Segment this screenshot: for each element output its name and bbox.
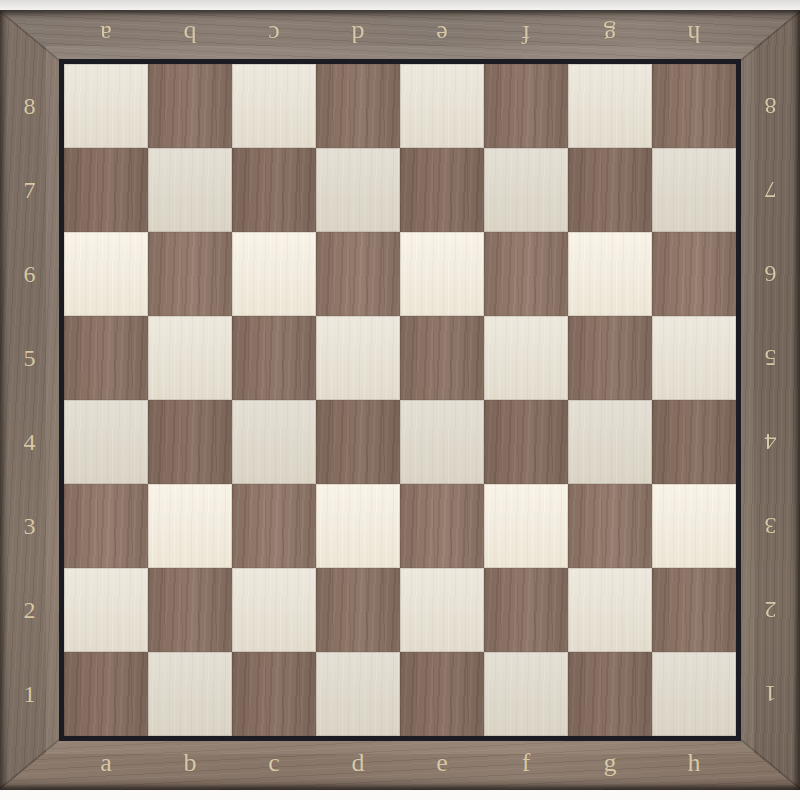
square-f2[interactable] — [484, 568, 568, 652]
square-c6[interactable] — [232, 232, 316, 316]
square-g3[interactable] — [568, 484, 652, 568]
rank-label-right-1: 1 — [741, 652, 800, 736]
rank-label-left-7: 7 — [0, 148, 59, 232]
file-label-bottom-h: h — [652, 738, 736, 788]
square-f4[interactable] — [484, 400, 568, 484]
square-h4[interactable] — [652, 400, 736, 484]
square-g5[interactable] — [568, 316, 652, 400]
square-b5[interactable] — [148, 316, 232, 400]
square-e5[interactable] — [400, 316, 484, 400]
square-h6[interactable] — [652, 232, 736, 316]
square-h1[interactable] — [652, 652, 736, 736]
file-label-top-b: b — [148, 10, 232, 59]
square-d8[interactable] — [316, 64, 400, 148]
file-label-bottom-c: c — [232, 738, 316, 788]
rank-label-right-6: 6 — [741, 232, 800, 316]
square-h7[interactable] — [652, 148, 736, 232]
square-e2[interactable] — [400, 568, 484, 652]
square-f1[interactable] — [484, 652, 568, 736]
file-label-bottom-a: a — [64, 738, 148, 788]
rank-label-left-1: 1 — [0, 652, 59, 736]
rank-label-right-8: 8 — [741, 64, 800, 148]
square-f6[interactable] — [484, 232, 568, 316]
square-f3[interactable] — [484, 484, 568, 568]
square-e7[interactable] — [400, 148, 484, 232]
square-b3[interactable] — [148, 484, 232, 568]
rank-label-left-5: 5 — [0, 316, 59, 400]
file-labels-bottom: abcdefgh — [64, 738, 736, 788]
square-a3[interactable] — [64, 484, 148, 568]
square-d1[interactable] — [316, 652, 400, 736]
square-e8[interactable] — [400, 64, 484, 148]
rank-labels-left: 87654321 — [0, 64, 59, 736]
rank-labels-right: 87654321 — [741, 64, 800, 736]
file-label-top-h: h — [652, 10, 736, 59]
rank-label-left-3: 3 — [0, 484, 59, 568]
square-g6[interactable] — [568, 232, 652, 316]
square-c5[interactable] — [232, 316, 316, 400]
square-b2[interactable] — [148, 568, 232, 652]
square-a6[interactable] — [64, 232, 148, 316]
square-g2[interactable] — [568, 568, 652, 652]
square-a1[interactable] — [64, 652, 148, 736]
square-b7[interactable] — [148, 148, 232, 232]
file-label-bottom-d: d — [316, 738, 400, 788]
rank-label-right-4: 4 — [741, 400, 800, 484]
rank-label-left-8: 8 — [0, 64, 59, 148]
square-c4[interactable] — [232, 400, 316, 484]
file-label-top-d: d — [316, 10, 400, 59]
square-c3[interactable] — [232, 484, 316, 568]
rank-label-right-3: 3 — [741, 484, 800, 568]
square-f8[interactable] — [484, 64, 568, 148]
square-d7[interactable] — [316, 148, 400, 232]
squares-grid — [64, 64, 736, 736]
square-g1[interactable] — [568, 652, 652, 736]
square-e1[interactable] — [400, 652, 484, 736]
square-d6[interactable] — [316, 232, 400, 316]
square-a8[interactable] — [64, 64, 148, 148]
square-e3[interactable] — [400, 484, 484, 568]
square-c1[interactable] — [232, 652, 316, 736]
square-b1[interactable] — [148, 652, 232, 736]
square-a2[interactable] — [64, 568, 148, 652]
rank-label-right-2: 2 — [741, 568, 800, 652]
file-label-bottom-e: e — [400, 738, 484, 788]
square-a5[interactable] — [64, 316, 148, 400]
square-e4[interactable] — [400, 400, 484, 484]
square-h3[interactable] — [652, 484, 736, 568]
square-e6[interactable] — [400, 232, 484, 316]
square-b6[interactable] — [148, 232, 232, 316]
square-b8[interactable] — [148, 64, 232, 148]
square-g8[interactable] — [568, 64, 652, 148]
square-c8[interactable] — [232, 64, 316, 148]
square-g4[interactable] — [568, 400, 652, 484]
square-d3[interactable] — [316, 484, 400, 568]
square-h2[interactable] — [652, 568, 736, 652]
square-d5[interactable] — [316, 316, 400, 400]
file-labels-top: abcdefgh — [64, 10, 736, 59]
rank-label-left-6: 6 — [0, 232, 59, 316]
square-a4[interactable] — [64, 400, 148, 484]
square-c2[interactable] — [232, 568, 316, 652]
file-label-top-e: e — [400, 10, 484, 59]
file-label-bottom-f: f — [484, 738, 568, 788]
square-f7[interactable] — [484, 148, 568, 232]
rank-label-left-4: 4 — [0, 400, 59, 484]
file-label-bottom-b: b — [148, 738, 232, 788]
square-h8[interactable] — [652, 64, 736, 148]
square-c7[interactable] — [232, 148, 316, 232]
square-f5[interactable] — [484, 316, 568, 400]
rank-label-left-2: 2 — [0, 568, 59, 652]
file-label-top-f: f — [484, 10, 568, 59]
photo-background: abcdefgh abcdefgh 87654321 87654321 — [0, 0, 800, 800]
square-d4[interactable] — [316, 400, 400, 484]
rank-label-right-7: 7 — [741, 148, 800, 232]
file-label-top-g: g — [568, 10, 652, 59]
rank-label-right-5: 5 — [741, 316, 800, 400]
square-g7[interactable] — [568, 148, 652, 232]
chess-board: abcdefgh abcdefgh 87654321 87654321 — [0, 10, 800, 790]
file-label-top-a: a — [64, 10, 148, 59]
square-a7[interactable] — [64, 148, 148, 232]
square-b4[interactable] — [148, 400, 232, 484]
file-label-top-c: c — [232, 10, 316, 59]
file-label-bottom-g: g — [568, 738, 652, 788]
square-h5[interactable] — [652, 316, 736, 400]
square-d2[interactable] — [316, 568, 400, 652]
